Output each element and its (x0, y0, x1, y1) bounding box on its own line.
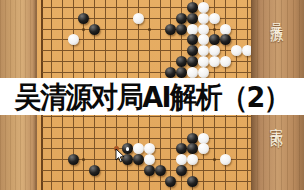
black-stone (187, 176, 198, 187)
white-stone (231, 45, 242, 56)
white-stone (209, 56, 220, 67)
black-stone (187, 2, 198, 13)
black-stone (78, 13, 89, 24)
black-stone (89, 165, 100, 176)
black-stone (187, 133, 198, 144)
white-stone (187, 67, 198, 78)
white-stone (144, 154, 155, 165)
white-stone (198, 13, 209, 24)
black-stone (209, 34, 220, 45)
black-stone (220, 34, 231, 45)
black-stone (68, 154, 79, 165)
grid-line-horizontal (42, 138, 254, 139)
title-banner: 吴清源对局AI解析（2） (0, 78, 304, 115)
black-stone (165, 24, 176, 35)
black-stone (89, 24, 100, 35)
black-stone (176, 165, 187, 176)
player-name-top: 吴清源v (270, 13, 283, 40)
black-stone (165, 67, 176, 78)
white-stone (198, 2, 209, 13)
star-point (213, 28, 216, 31)
grid-line-horizontal (42, 181, 254, 182)
white-stone (198, 133, 209, 144)
white-stone (220, 24, 231, 35)
black-stone (155, 165, 166, 176)
white-stone (198, 143, 209, 154)
black-stone (187, 34, 198, 45)
black-stone (176, 67, 187, 78)
white-stone (209, 45, 220, 56)
white-stone (198, 67, 209, 78)
white-stone (133, 13, 144, 24)
white-stone (209, 13, 220, 24)
black-stone (187, 13, 198, 24)
black-stone (176, 56, 187, 67)
white-stone (198, 56, 209, 67)
mouse-cursor-icon (115, 148, 125, 167)
white-stone (198, 24, 209, 35)
white-stone (198, 34, 209, 45)
player-name-bottom: 宇太郎 (270, 117, 283, 126)
white-stone (133, 143, 144, 154)
black-stone (176, 24, 187, 35)
white-stone (220, 56, 231, 67)
black-stone (187, 45, 198, 56)
star-point (213, 158, 216, 161)
grid-line-horizontal (42, 50, 254, 51)
banner-title-text: 吴清源对局AI解析（2） (15, 77, 290, 116)
black-stone (144, 165, 155, 176)
black-stone (187, 56, 198, 67)
black-stone (176, 143, 187, 154)
grid-line-horizontal (42, 18, 254, 19)
white-stone (187, 154, 198, 165)
black-stone (187, 143, 198, 154)
last-move-marker (126, 147, 130, 151)
white-stone (220, 154, 231, 165)
star-point (148, 28, 151, 31)
white-stone (144, 143, 155, 154)
black-stone (165, 176, 176, 187)
grid-line-horizontal (42, 72, 254, 73)
black-stone (176, 13, 187, 24)
white-stone (68, 34, 79, 45)
white-stone (187, 24, 198, 35)
grid-line-horizontal (42, 7, 254, 8)
white-stone (198, 45, 209, 56)
grid-line-horizontal (42, 127, 254, 128)
black-stone (133, 154, 144, 165)
white-stone (176, 154, 187, 165)
